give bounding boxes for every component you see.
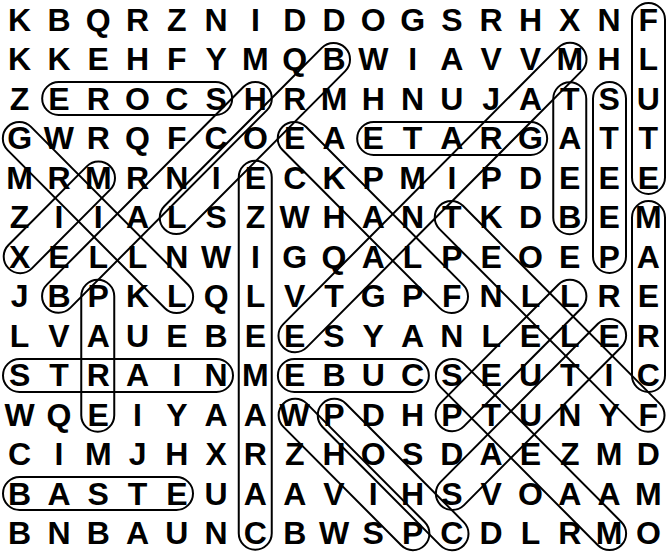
cell-r7c14[interactable]: O: [511, 237, 550, 277]
cell-r13c6[interactable]: U: [196, 474, 235, 514]
cell-r3c8[interactable]: R: [275, 79, 314, 119]
cell-r2c4[interactable]: H: [118, 40, 157, 80]
cell-r7c15[interactable]: E: [550, 237, 589, 277]
cell-r5c2[interactable]: R: [39, 158, 78, 198]
cell-r2c6[interactable]: Y: [196, 40, 235, 80]
cell-r12c13[interactable]: A: [472, 435, 511, 475]
cell-r9c8[interactable]: E: [275, 316, 314, 356]
cell-r9c16[interactable]: E: [589, 316, 628, 356]
cell-r8c15[interactable]: L: [550, 277, 589, 317]
cell-r2c9[interactable]: B: [314, 40, 353, 80]
cell-r9c12[interactable]: N: [432, 316, 471, 356]
cell-r3c11[interactable]: N: [393, 79, 432, 119]
cell-r11c15[interactable]: N: [550, 395, 589, 435]
cell-r12c5[interactable]: H: [157, 435, 196, 475]
cell-r5c16[interactable]: E: [589, 158, 628, 198]
cell-r5c3[interactable]: M: [79, 158, 118, 198]
cell-r8c11[interactable]: P: [393, 277, 432, 317]
cell-r6c11[interactable]: N: [393, 198, 432, 238]
cell-r14c15[interactable]: R: [550, 514, 589, 553]
cell-r1c13[interactable]: R: [472, 0, 511, 40]
cell-r2c2[interactable]: K: [39, 40, 78, 80]
cell-r5c10[interactable]: P: [354, 158, 393, 198]
cell-r12c10[interactable]: O: [354, 435, 393, 475]
cell-r2c17[interactable]: L: [629, 40, 668, 80]
cell-r9c14[interactable]: E: [511, 316, 550, 356]
cell-r11c1[interactable]: W: [0, 395, 39, 435]
cell-r6c6[interactable]: S: [196, 198, 235, 238]
cell-r11c3[interactable]: E: [79, 395, 118, 435]
cell-r10c6[interactable]: N: [196, 356, 235, 396]
cell-r7c2[interactable]: E: [39, 237, 78, 277]
cell-r7c8[interactable]: G: [275, 237, 314, 277]
cell-r6c12[interactable]: T: [432, 198, 471, 238]
cell-r7c17[interactable]: A: [629, 237, 668, 277]
letter-grid: KBQRZNIDDOGSRHXNFKKEHFYMQBWIAVVMHLZEROCS…: [0, 0, 668, 553]
cell-r10c5[interactable]: I: [157, 356, 196, 396]
cell-r13c15[interactable]: A: [550, 474, 589, 514]
cell-r5c12[interactable]: I: [432, 158, 471, 198]
cell-r6c16[interactable]: E: [589, 198, 628, 238]
cell-r7c6[interactable]: W: [196, 237, 235, 277]
cell-r5c9[interactable]: K: [314, 158, 353, 198]
cell-r1c9[interactable]: D: [314, 0, 353, 40]
cell-r12c6[interactable]: X: [196, 435, 235, 475]
cell-r4c13[interactable]: R: [472, 119, 511, 159]
cell-r4c11[interactable]: T: [393, 119, 432, 159]
cell-r14c5[interactable]: U: [157, 514, 196, 553]
cell-r2c11[interactable]: I: [393, 40, 432, 80]
cell-r13c7[interactable]: A: [236, 474, 275, 514]
cell-r1c14[interactable]: H: [511, 0, 550, 40]
cell-r3c1[interactable]: Z: [0, 79, 39, 119]
cell-r1c12[interactable]: S: [432, 0, 471, 40]
cell-r3c10[interactable]: H: [354, 79, 393, 119]
cell-r9c5[interactable]: E: [157, 316, 196, 356]
cell-r8c4[interactable]: K: [118, 277, 157, 317]
cell-r12c16[interactable]: M: [589, 435, 628, 475]
cell-r9c9[interactable]: S: [314, 316, 353, 356]
cell-r7c5[interactable]: N: [157, 237, 196, 277]
cell-r6c1[interactable]: Z: [0, 198, 39, 238]
cell-r13c2[interactable]: A: [39, 474, 78, 514]
cell-r5c7[interactable]: E: [236, 158, 275, 198]
cell-r2c7[interactable]: M: [236, 40, 275, 80]
cell-r4c5[interactable]: F: [157, 119, 196, 159]
cell-r14c14[interactable]: L: [511, 514, 550, 553]
cell-r8c12[interactable]: F: [432, 277, 471, 317]
cell-r14c9[interactable]: W: [314, 514, 353, 553]
cell-r14c3[interactable]: B: [79, 514, 118, 553]
cell-r13c14[interactable]: O: [511, 474, 550, 514]
cell-r10c15[interactable]: T: [550, 356, 589, 396]
cell-r1c15[interactable]: X: [550, 0, 589, 40]
cell-r4c10[interactable]: E: [354, 119, 393, 159]
cell-r6c8[interactable]: W: [275, 198, 314, 238]
cell-r4c7[interactable]: O: [236, 119, 275, 159]
cell-r3c5[interactable]: C: [157, 79, 196, 119]
cell-r4c6[interactable]: C: [196, 119, 235, 159]
cell-r2c13[interactable]: V: [472, 40, 511, 80]
cell-r14c16[interactable]: M: [589, 514, 628, 553]
cell-r8c6[interactable]: Q: [196, 277, 235, 317]
cell-r1c3[interactable]: Q: [79, 0, 118, 40]
cell-r1c8[interactable]: D: [275, 0, 314, 40]
cell-r5c4[interactable]: R: [118, 158, 157, 198]
cell-r3c16[interactable]: S: [589, 79, 628, 119]
cell-r1c11[interactable]: G: [393, 0, 432, 40]
cell-r14c12[interactable]: C: [432, 514, 471, 553]
cell-r5c11[interactable]: M: [393, 158, 432, 198]
cell-r2c14[interactable]: V: [511, 40, 550, 80]
cell-r8c9[interactable]: T: [314, 277, 353, 317]
cell-r13c17[interactable]: M: [629, 474, 668, 514]
cell-r14c1[interactable]: B: [0, 514, 39, 553]
cell-r8c1[interactable]: J: [0, 277, 39, 317]
cell-r11c5[interactable]: Y: [157, 395, 196, 435]
cell-r8c3[interactable]: P: [79, 277, 118, 317]
cell-r13c3[interactable]: S: [79, 474, 118, 514]
cell-r8c7[interactable]: L: [236, 277, 275, 317]
cell-r4c15[interactable]: A: [550, 119, 589, 159]
cell-r2c10[interactable]: W: [354, 40, 393, 80]
cell-r3c2[interactable]: E: [39, 79, 78, 119]
cell-r1c6[interactable]: N: [196, 0, 235, 40]
cell-r14c11[interactable]: P: [393, 514, 432, 553]
cell-r10c11[interactable]: C: [393, 356, 432, 396]
cell-r7c13[interactable]: E: [472, 237, 511, 277]
cell-r3c3[interactable]: R: [79, 79, 118, 119]
cell-r5c14[interactable]: D: [511, 158, 550, 198]
cell-r1c5[interactable]: Z: [157, 0, 196, 40]
cell-r14c4[interactable]: A: [118, 514, 157, 553]
cell-r6c5[interactable]: L: [157, 198, 196, 238]
cell-r6c14[interactable]: D: [511, 198, 550, 238]
cell-r4c9[interactable]: A: [314, 119, 353, 159]
cell-r7c16[interactable]: P: [589, 237, 628, 277]
cell-r13c13[interactable]: V: [472, 474, 511, 514]
cell-r3c7[interactable]: H: [236, 79, 275, 119]
cell-r10c12[interactable]: S: [432, 356, 471, 396]
cell-r5c6[interactable]: I: [196, 158, 235, 198]
cell-r7c10[interactable]: A: [354, 237, 393, 277]
cell-r4c12[interactable]: A: [432, 119, 471, 159]
cell-r10c2[interactable]: T: [39, 356, 78, 396]
cell-r8c13[interactable]: N: [472, 277, 511, 317]
cell-r1c7[interactable]: I: [236, 0, 275, 40]
cell-r4c16[interactable]: T: [589, 119, 628, 159]
cell-r6c2[interactable]: I: [39, 198, 78, 238]
cell-r1c4[interactable]: R: [118, 0, 157, 40]
cell-r7c1[interactable]: X: [0, 237, 39, 277]
cell-r9c4[interactable]: U: [118, 316, 157, 356]
cell-r7c3[interactable]: L: [79, 237, 118, 277]
cell-r4c8[interactable]: E: [275, 119, 314, 159]
cell-r12c3[interactable]: M: [79, 435, 118, 475]
cell-r13c11[interactable]: H: [393, 474, 432, 514]
cell-r10c16[interactable]: I: [589, 356, 628, 396]
cell-r2c1[interactable]: K: [0, 40, 39, 80]
cell-r12c1[interactable]: C: [0, 435, 39, 475]
cell-r12c9[interactable]: H: [314, 435, 353, 475]
cell-r8c8[interactable]: V: [275, 277, 314, 317]
cell-r3c15[interactable]: T: [550, 79, 589, 119]
cell-r11c12[interactable]: P: [432, 395, 471, 435]
cell-r14c8[interactable]: B: [275, 514, 314, 553]
cell-r5c1[interactable]: M: [0, 158, 39, 198]
cell-r5c13[interactable]: P: [472, 158, 511, 198]
cell-r8c17[interactable]: E: [629, 277, 668, 317]
cell-r6c9[interactable]: H: [314, 198, 353, 238]
cell-r6c3[interactable]: I: [79, 198, 118, 238]
cell-r11c10[interactable]: D: [354, 395, 393, 435]
cell-r1c16[interactable]: N: [589, 0, 628, 40]
cell-r9c1[interactable]: L: [0, 316, 39, 356]
cell-r9c17[interactable]: R: [629, 316, 668, 356]
cell-r13c16[interactable]: A: [589, 474, 628, 514]
cell-r10c14[interactable]: U: [511, 356, 550, 396]
cell-r3c14[interactable]: A: [511, 79, 550, 119]
cell-r12c4[interactable]: J: [118, 435, 157, 475]
cell-r8c14[interactable]: L: [511, 277, 550, 317]
cell-r2c8[interactable]: Q: [275, 40, 314, 80]
cell-r7c12[interactable]: P: [432, 237, 471, 277]
cell-r5c15[interactable]: E: [550, 158, 589, 198]
cell-r3c6[interactable]: S: [196, 79, 235, 119]
cell-r4c1[interactable]: G: [0, 119, 39, 159]
cell-r11c17[interactable]: F: [629, 395, 668, 435]
cell-r9c6[interactable]: B: [196, 316, 235, 356]
cell-r2c15[interactable]: M: [550, 40, 589, 80]
cell-r11c9[interactable]: P: [314, 395, 353, 435]
cell-r6c7[interactable]: Z: [236, 198, 275, 238]
cell-r9c11[interactable]: A: [393, 316, 432, 356]
word-search-board: KBQRZNIDDOGSRHXNFKKEHFYMQBWIAVVMHLZEROCS…: [0, 0, 668, 553]
cell-r5c5[interactable]: N: [157, 158, 196, 198]
cell-r14c10[interactable]: S: [354, 514, 393, 553]
cell-r9c13[interactable]: L: [472, 316, 511, 356]
cell-r6c13[interactable]: K: [472, 198, 511, 238]
cell-r13c8[interactable]: A: [275, 474, 314, 514]
cell-r10c13[interactable]: E: [472, 356, 511, 396]
cell-r2c12[interactable]: A: [432, 40, 471, 80]
cell-r8c10[interactable]: G: [354, 277, 393, 317]
cell-r2c16[interactable]: H: [589, 40, 628, 80]
cell-r9c15[interactable]: L: [550, 316, 589, 356]
cell-r13c4[interactable]: T: [118, 474, 157, 514]
cell-r11c8[interactable]: W: [275, 395, 314, 435]
cell-r4c17[interactable]: T: [629, 119, 668, 159]
cell-r12c12[interactable]: D: [432, 435, 471, 475]
cell-r11c2[interactable]: Q: [39, 395, 78, 435]
cell-r9c2[interactable]: V: [39, 316, 78, 356]
cell-r10c7[interactable]: M: [236, 356, 275, 396]
cell-r9c7[interactable]: E: [236, 316, 275, 356]
cell-r10c4[interactable]: A: [118, 356, 157, 396]
cell-r4c2[interactable]: W: [39, 119, 78, 159]
cell-r4c14[interactable]: G: [511, 119, 550, 159]
cell-r13c1[interactable]: B: [0, 474, 39, 514]
cell-r14c2[interactable]: N: [39, 514, 78, 553]
cell-r11c16[interactable]: Y: [589, 395, 628, 435]
cell-r14c13[interactable]: D: [472, 514, 511, 553]
cell-r7c9[interactable]: Q: [314, 237, 353, 277]
cell-r10c17[interactable]: C: [629, 356, 668, 396]
cell-r14c17[interactable]: O: [629, 514, 668, 553]
cell-r1c2[interactable]: B: [39, 0, 78, 40]
cell-r11c6[interactable]: A: [196, 395, 235, 435]
cell-r6c10[interactable]: A: [354, 198, 393, 238]
cell-r5c17[interactable]: E: [629, 158, 668, 198]
cell-r7c4[interactable]: L: [118, 237, 157, 277]
cell-r14c7[interactable]: C: [236, 514, 275, 553]
cell-r13c10[interactable]: I: [354, 474, 393, 514]
cell-r12c15[interactable]: Z: [550, 435, 589, 475]
cell-r3c13[interactable]: J: [472, 79, 511, 119]
cell-r5c8[interactable]: C: [275, 158, 314, 198]
cell-r1c1[interactable]: K: [0, 0, 39, 40]
cell-r1c17[interactable]: F: [629, 0, 668, 40]
cell-r3c4[interactable]: O: [118, 79, 157, 119]
cell-r12c7[interactable]: R: [236, 435, 275, 475]
cell-r8c16[interactable]: R: [589, 277, 628, 317]
cell-r11c14[interactable]: U: [511, 395, 550, 435]
cell-r9c3[interactable]: A: [79, 316, 118, 356]
cell-r7c11[interactable]: L: [393, 237, 432, 277]
cell-r12c8[interactable]: Z: [275, 435, 314, 475]
cell-r14c6[interactable]: N: [196, 514, 235, 553]
cell-r10c9[interactable]: B: [314, 356, 353, 396]
cell-r3c17[interactable]: U: [629, 79, 668, 119]
cell-r13c9[interactable]: V: [314, 474, 353, 514]
cell-r13c12[interactable]: S: [432, 474, 471, 514]
cell-r8c5[interactable]: L: [157, 277, 196, 317]
cell-r2c5[interactable]: F: [157, 40, 196, 80]
cell-r11c11[interactable]: H: [393, 395, 432, 435]
cell-r12c2[interactable]: I: [39, 435, 78, 475]
cell-r4c4[interactable]: Q: [118, 119, 157, 159]
cell-r10c3[interactable]: R: [79, 356, 118, 396]
cell-r10c1[interactable]: S: [0, 356, 39, 396]
cell-r4c3[interactable]: R: [79, 119, 118, 159]
cell-r2c3[interactable]: E: [79, 40, 118, 80]
cell-r11c13[interactable]: T: [472, 395, 511, 435]
cell-r10c10[interactable]: U: [354, 356, 393, 396]
cell-r11c7[interactable]: A: [236, 395, 275, 435]
cell-r13c5[interactable]: E: [157, 474, 196, 514]
cell-r6c15[interactable]: B: [550, 198, 589, 238]
cell-r12c14[interactable]: E: [511, 435, 550, 475]
cell-r12c17[interactable]: D: [629, 435, 668, 475]
cell-r7c7[interactable]: I: [236, 237, 275, 277]
cell-r1c10[interactable]: O: [354, 0, 393, 40]
cell-r3c9[interactable]: M: [314, 79, 353, 119]
cell-r9c10[interactable]: Y: [354, 316, 393, 356]
cell-r10c8[interactable]: E: [275, 356, 314, 396]
cell-r6c4[interactable]: A: [118, 198, 157, 238]
cell-r8c2[interactable]: B: [39, 277, 78, 317]
cell-r12c11[interactable]: S: [393, 435, 432, 475]
cell-r11c4[interactable]: I: [118, 395, 157, 435]
cell-r3c12[interactable]: U: [432, 79, 471, 119]
cell-r6c17[interactable]: M: [629, 198, 668, 238]
